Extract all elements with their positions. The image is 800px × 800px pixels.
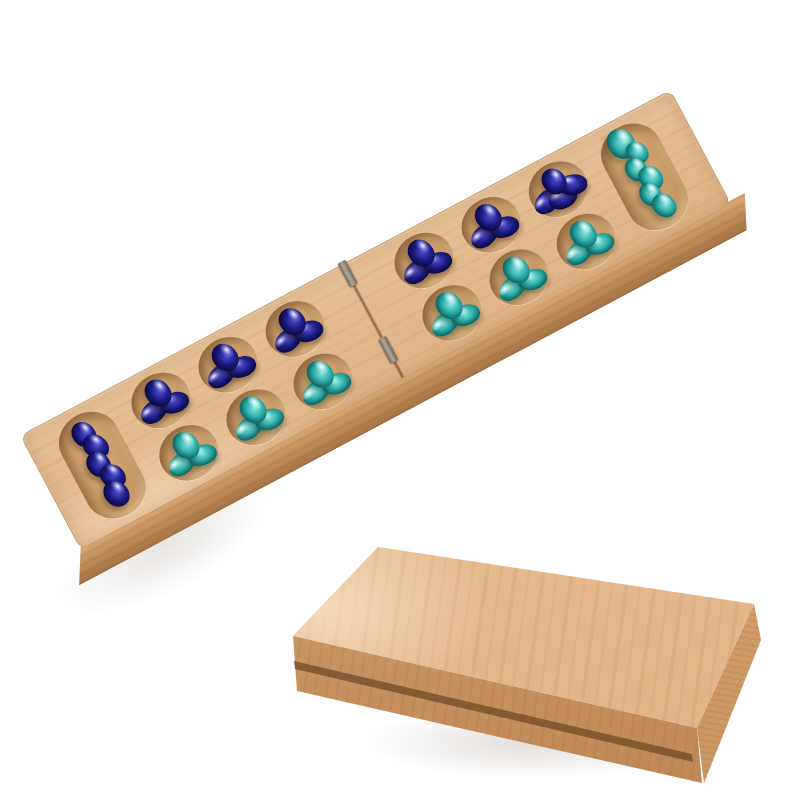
scene	[0, 0, 800, 800]
open-mancala-board	[20, 90, 751, 590]
open-board-face	[20, 90, 732, 550]
